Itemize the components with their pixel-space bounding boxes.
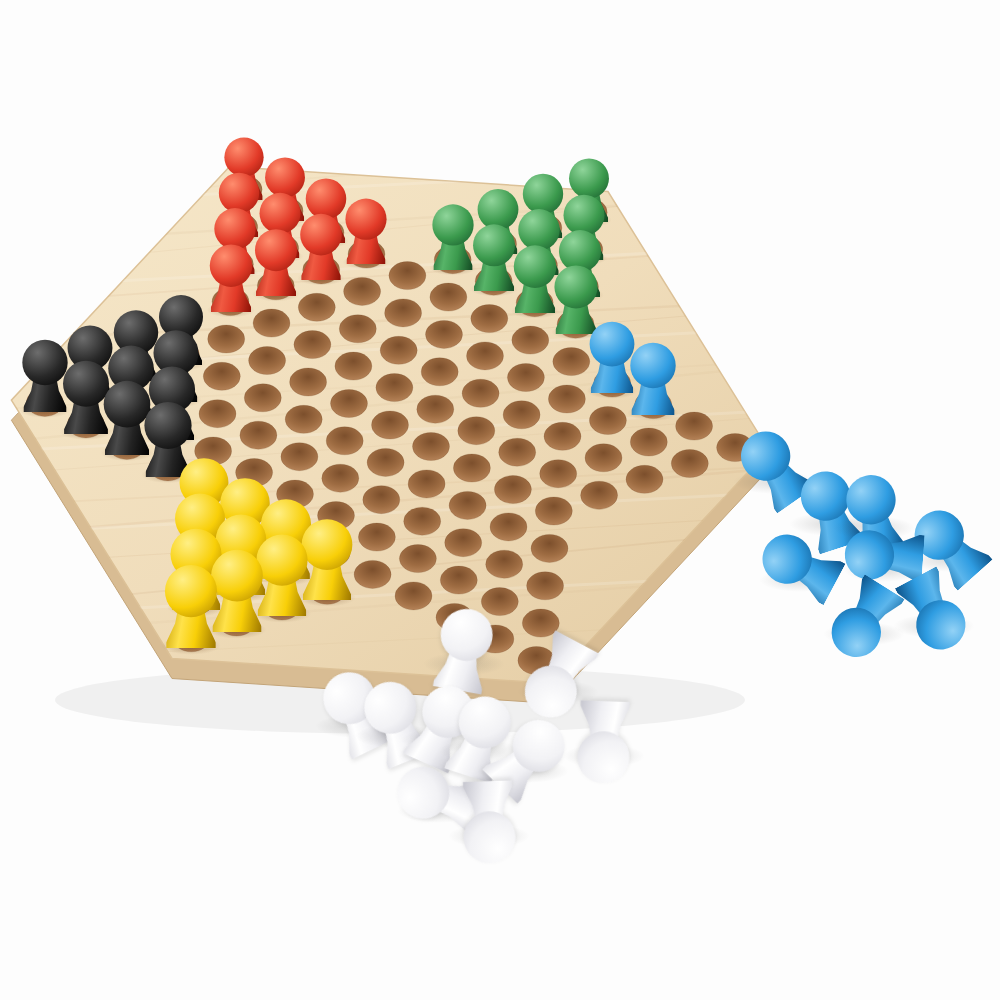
hole-7-6[interactable] [408,470,445,498]
hole-9-2[interactable] [339,315,376,343]
peg-head [224,137,263,176]
hole-10-5[interactable] [285,405,322,433]
hole-6-7[interactable] [449,491,486,519]
hole-8-5[interactable] [367,448,404,476]
hole-7-8[interactable] [399,545,436,573]
peg-head [219,173,259,213]
hole-4-6[interactable] [544,422,581,450]
peg-head [165,565,217,617]
peg-blue[interactable] [843,528,925,585]
peg-head [630,342,675,387]
peg-white[interactable] [575,700,632,784]
peg-head [305,178,346,219]
hole-6-8[interactable] [445,529,482,557]
hole-8-6[interactable] [363,486,400,514]
hole-9-1[interactable] [344,277,381,305]
hole-7-5[interactable] [413,433,450,461]
hole-1-0[interactable] [676,412,713,440]
hole-6-6[interactable] [453,454,490,482]
hole-5-3[interactable] [512,326,549,354]
hole-9-4[interactable] [331,390,368,418]
hole-7-2[interactable] [426,320,463,348]
hole-5-9[interactable] [486,550,523,578]
peg-head [260,193,301,234]
peg-green[interactable] [431,204,474,270]
peg-blue[interactable] [629,342,676,414]
peg-green[interactable] [472,225,516,292]
peg-red[interactable] [208,244,252,312]
peg-head [432,204,473,245]
peg-head [437,605,497,665]
peg-head [302,520,353,571]
peg-red[interactable] [345,199,388,264]
hole-9-3[interactable] [335,352,372,380]
hole-4-10[interactable] [527,572,564,600]
hole-7-4[interactable] [417,395,454,423]
hole-7-7[interactable] [404,507,441,535]
hole-4-5[interactable] [548,385,585,413]
peg-head [265,158,305,198]
hole-4-4[interactable] [553,348,590,376]
peg-head [346,199,387,240]
hole-12-6[interactable] [199,400,236,428]
hole-5-5[interactable] [503,401,540,429]
hole-9-5[interactable] [326,427,363,455]
peg-head [300,214,342,256]
product-photo-scene [0,0,1000,1000]
peg-red[interactable] [299,214,342,280]
peg-head [209,244,251,286]
peg-head [843,529,896,582]
hole-3-3[interactable] [581,481,618,509]
peg-head [554,266,597,309]
peg-red[interactable] [254,229,298,296]
peg-head [513,245,556,288]
hole-8-7[interactable] [358,523,395,551]
hole-6-4[interactable] [462,379,499,407]
hole-6-3[interactable] [467,342,504,370]
hole-11-5[interactable] [244,384,281,412]
peg-green[interactable] [512,245,556,313]
hole-7-1[interactable] [430,283,467,311]
hole-5-4[interactable] [507,364,544,392]
peg-head [569,159,609,199]
hole-10-4[interactable] [290,368,327,396]
hole-2-2[interactable] [626,465,663,493]
hole-4-7[interactable] [540,460,577,488]
hole-8-3[interactable] [376,374,413,402]
peg-head [256,535,307,586]
hole-8-8[interactable] [354,560,391,588]
hole-11-3[interactable] [253,309,290,337]
hole-5-7[interactable] [494,476,531,504]
peg-head [144,402,191,449]
hole-9-6[interactable] [322,464,359,492]
hole-2-1[interactable] [630,428,667,456]
hole-11-4[interactable] [249,347,286,375]
hole-11-6[interactable] [240,421,277,449]
peg-head [473,225,515,267]
peg-head [22,340,67,385]
peg-head [255,229,297,271]
hole-6-2[interactable] [471,305,508,333]
hole-6-5[interactable] [458,417,495,445]
hole-10-6[interactable] [281,443,318,471]
hole-3-1[interactable] [589,407,626,435]
hole-6-9[interactable] [440,566,477,594]
hole-12-4[interactable] [208,325,245,353]
peg-white[interactable] [460,780,517,864]
hole-8-0[interactable] [389,262,426,290]
hole-8-2[interactable] [380,336,417,364]
hole-7-3[interactable] [421,358,458,386]
peg-head [590,322,635,367]
hole-4-8[interactable] [535,497,572,525]
hole-4-9[interactable] [531,534,568,562]
hole-12-5[interactable] [203,362,240,390]
hole-1-1[interactable] [671,450,708,478]
peg-head [211,550,263,602]
hole-10-3[interactable] [294,331,331,359]
hole-5-6[interactable] [499,438,536,466]
peg-head [842,471,900,529]
hole-7-9[interactable] [395,582,432,610]
peg-head [463,810,517,864]
peg-yellow[interactable] [164,565,218,648]
hole-8-1[interactable] [385,299,422,327]
hole-8-4[interactable] [372,411,409,439]
hole-5-8[interactable] [490,513,527,541]
hole-10-2[interactable] [298,293,335,321]
peg-head [577,730,631,784]
hole-3-2[interactable] [585,444,622,472]
